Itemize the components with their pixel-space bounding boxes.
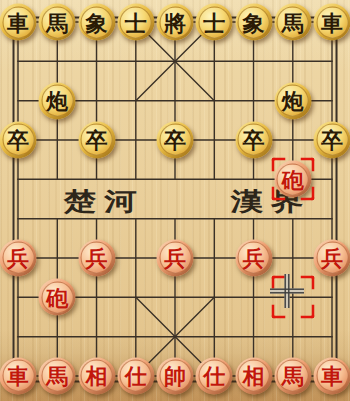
piece-glyph: 卒 bbox=[164, 129, 186, 151]
piece-glyph: 卒 bbox=[86, 129, 108, 151]
piece-glyph: 車 bbox=[321, 365, 343, 387]
piece-glyph: 砲 bbox=[46, 286, 68, 308]
piece-glyph: 兵 bbox=[86, 247, 108, 269]
piece-black-象[interactable]: 象 bbox=[235, 4, 272, 41]
piece-black-象[interactable]: 象 bbox=[78, 4, 115, 41]
piece-red-兵[interactable]: 兵 bbox=[78, 239, 115, 276]
piece-red-仕[interactable]: 仕 bbox=[117, 357, 154, 394]
piece-black-卒[interactable]: 卒 bbox=[157, 121, 194, 158]
piece-black-卒[interactable]: 卒 bbox=[0, 121, 37, 158]
piece-glyph: 車 bbox=[7, 365, 29, 387]
piece-red-相[interactable]: 相 bbox=[78, 357, 115, 394]
piece-glyph: 兵 bbox=[243, 247, 265, 269]
piece-glyph: 卒 bbox=[243, 129, 265, 151]
xiangqi-board[interactable]: 楚河 漢界 車馬象士將士象馬車炮炮卒卒卒卒卒砲兵兵兵兵兵砲車馬相仕帥仕相馬車 bbox=[0, 0, 350, 401]
piece-red-相[interactable]: 相 bbox=[235, 357, 272, 394]
piece-glyph: 士 bbox=[203, 11, 225, 33]
piece-black-士[interactable]: 士 bbox=[196, 4, 233, 41]
piece-glyph: 象 bbox=[86, 11, 108, 33]
piece-glyph: 帥 bbox=[164, 365, 186, 387]
piece-red-仕[interactable]: 仕 bbox=[196, 357, 233, 394]
piece-red-兵[interactable]: 兵 bbox=[157, 239, 194, 276]
piece-glyph: 仕 bbox=[203, 365, 225, 387]
river-label-chu-river: 楚河 bbox=[64, 185, 145, 218]
piece-glyph: 相 bbox=[243, 365, 265, 387]
piece-red-砲[interactable]: 砲 bbox=[39, 279, 76, 316]
piece-glyph: 馬 bbox=[282, 11, 304, 33]
piece-black-卒[interactable]: 卒 bbox=[235, 121, 272, 158]
piece-red-兵[interactable]: 兵 bbox=[0, 239, 37, 276]
piece-glyph: 兵 bbox=[321, 247, 343, 269]
piece-black-炮[interactable]: 炮 bbox=[39, 82, 76, 119]
piece-red-馬[interactable]: 馬 bbox=[39, 357, 76, 394]
piece-black-車[interactable]: 車 bbox=[314, 4, 350, 41]
piece-red-砲[interactable]: 砲 bbox=[274, 161, 311, 198]
piece-red-馬[interactable]: 馬 bbox=[274, 357, 311, 394]
piece-glyph: 馬 bbox=[46, 365, 68, 387]
piece-glyph: 馬 bbox=[282, 365, 304, 387]
piece-black-馬[interactable]: 馬 bbox=[39, 4, 76, 41]
piece-black-馬[interactable]: 馬 bbox=[274, 4, 311, 41]
piece-glyph: 馬 bbox=[46, 11, 68, 33]
piece-black-車[interactable]: 車 bbox=[0, 4, 37, 41]
piece-red-車[interactable]: 車 bbox=[0, 357, 37, 394]
piece-red-帥[interactable]: 帥 bbox=[157, 357, 194, 394]
piece-red-車[interactable]: 車 bbox=[314, 357, 350, 394]
piece-black-卒[interactable]: 卒 bbox=[78, 121, 115, 158]
piece-glyph: 車 bbox=[7, 11, 29, 33]
piece-black-將[interactable]: 將 bbox=[157, 4, 194, 41]
piece-black-卒[interactable]: 卒 bbox=[314, 121, 350, 158]
piece-glyph: 卒 bbox=[321, 129, 343, 151]
piece-glyph: 炮 bbox=[282, 90, 304, 112]
piece-glyph: 卒 bbox=[7, 129, 29, 151]
piece-glyph: 砲 bbox=[282, 168, 304, 190]
piece-black-炮[interactable]: 炮 bbox=[274, 82, 311, 119]
piece-red-兵[interactable]: 兵 bbox=[235, 239, 272, 276]
piece-black-士[interactable]: 士 bbox=[117, 4, 154, 41]
piece-glyph: 象 bbox=[243, 11, 265, 33]
piece-glyph: 士 bbox=[125, 11, 147, 33]
piece-glyph: 仕 bbox=[125, 365, 147, 387]
piece-glyph: 兵 bbox=[7, 247, 29, 269]
piece-red-兵[interactable]: 兵 bbox=[314, 239, 350, 276]
piece-glyph: 相 bbox=[86, 365, 108, 387]
piece-glyph: 兵 bbox=[164, 247, 186, 269]
piece-glyph: 車 bbox=[321, 11, 343, 33]
piece-glyph: 將 bbox=[164, 11, 186, 33]
piece-glyph: 炮 bbox=[46, 90, 68, 112]
